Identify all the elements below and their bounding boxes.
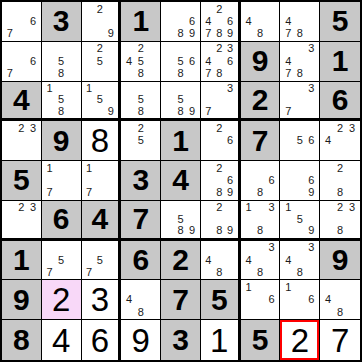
candidate-digit — [16, 15, 28, 27]
cell-r3c2[interactable]: 158 — [42, 82, 82, 122]
candidate-digit: 7 — [282, 106, 294, 118]
cell-r9c4[interactable]: 9 — [121, 320, 161, 360]
cell-r9c6[interactable]: 1 — [201, 320, 241, 360]
candidate-grid: 26 — [203, 122, 236, 159]
cell-r3c8[interactable]: 37 — [280, 82, 320, 122]
candidate-digit — [282, 174, 294, 186]
candidate-digit: 3 — [27, 122, 39, 134]
candidate-grid: 348 — [282, 242, 317, 279]
candidate-digit — [306, 122, 318, 134]
candidate-digit: 3 — [266, 202, 278, 214]
candidate-digit: 5 — [94, 254, 105, 266]
cell-r9c2[interactable]: 4 — [42, 320, 82, 360]
candidate-grid: 57 — [44, 242, 79, 279]
candidate-digit — [105, 162, 116, 174]
candidate-digit — [84, 242, 95, 254]
candidate-digit — [123, 43, 135, 55]
candidate-digit — [27, 147, 39, 159]
candidate-digit: 8 — [294, 266, 306, 278]
candidate-digit — [16, 55, 28, 67]
candidate-digit: 6 — [27, 15, 39, 27]
candidate-digit — [346, 294, 358, 306]
candidate-digit — [67, 187, 79, 199]
cell-r1c9[interactable]: 5 — [320, 2, 360, 42]
candidate-digit — [282, 306, 294, 318]
candidate-digit — [282, 147, 294, 159]
candidate-digit: 3 — [346, 202, 358, 214]
candidate-grid: 48 — [203, 242, 236, 279]
cell-r2c3[interactable]: 25 — [82, 42, 122, 82]
cell-r5c8[interactable]: 69 — [280, 161, 320, 201]
cell-r6c8[interactable]: 159 — [280, 201, 320, 241]
candidate-digit — [44, 67, 56, 79]
candidate-digit — [266, 266, 278, 278]
cell-r4c3[interactable]: 8 — [82, 121, 122, 161]
cell-r4c2[interactable]: 9 — [42, 121, 82, 161]
cell-r8c8[interactable]: 16 — [280, 280, 320, 320]
cell-r6c7[interactable]: 138 — [241, 201, 281, 241]
cell-value: 8 — [13, 325, 30, 355]
candidate-digit — [16, 43, 28, 55]
candidate-digit — [334, 294, 346, 306]
candidate-digit — [203, 242, 214, 254]
candidate-digit — [322, 174, 334, 186]
candidate-digit — [4, 55, 16, 67]
cell-value: 9 — [13, 285, 30, 315]
candidate-digit — [123, 281, 135, 293]
candidate-digit — [322, 306, 334, 318]
candidate-digit — [16, 147, 28, 159]
cell-r8c9[interactable]: 48 — [320, 280, 360, 320]
candidate-grid: 37 — [282, 83, 317, 118]
cell-r7c6[interactable]: 48 — [201, 241, 241, 281]
cell-r7c8[interactable]: 348 — [280, 241, 320, 281]
candidate-digit — [243, 213, 255, 225]
candidate-digit — [203, 213, 214, 225]
cell-r2c6[interactable]: 234678 — [201, 42, 241, 82]
cell-r1c6[interactable]: 246789 — [201, 2, 241, 42]
cell-r8c5[interactable]: 7 — [161, 280, 201, 320]
cell-r9c3[interactable]: 6 — [82, 320, 122, 360]
candidate-digit — [175, 3, 187, 15]
candidate-digit — [105, 266, 116, 278]
candidate-grid: 16 — [282, 281, 317, 318]
cell-r3c7[interactable]: 2 — [241, 82, 281, 122]
candidate-digit — [163, 83, 175, 95]
candidate-digit — [254, 174, 266, 186]
candidate-grid: 23 — [4, 202, 39, 237]
cell-r4c9[interactable]: 234 — [320, 121, 360, 161]
candidate-digit — [294, 162, 306, 174]
candidate-grid: 68 — [243, 162, 278, 199]
candidate-digit — [243, 187, 255, 199]
cell-value: 4 — [52, 324, 70, 357]
candidate-digit — [67, 162, 79, 174]
candidate-digit — [44, 174, 56, 186]
cell-r7c3[interactable]: 57 — [82, 241, 122, 281]
candidate-digit — [322, 213, 334, 225]
candidate-digit — [225, 254, 236, 266]
candidate-digit: 7 — [203, 28, 214, 40]
candidate-digit — [214, 55, 225, 67]
cell-r2c2[interactable]: 58 — [42, 42, 82, 82]
candidate-digit — [147, 294, 159, 306]
candidate-digit: 7 — [4, 28, 16, 40]
candidate-digit: 3 — [225, 83, 236, 95]
candidate-digit: 2 — [94, 3, 105, 15]
candidate-grid: 17 — [84, 162, 117, 199]
candidate-digit — [67, 266, 79, 278]
candidate-digit: 5 — [135, 135, 147, 147]
cell-r3c1[interactable]: 4 — [2, 82, 42, 122]
candidate-grid: 138 — [243, 202, 278, 237]
candidate-digit: 8 — [334, 187, 346, 199]
cell-r8c1[interactable]: 9 — [2, 280, 42, 320]
candidate-digit — [294, 187, 306, 199]
candidate-digit: 8 — [294, 28, 306, 40]
candidate-digit: 6 — [225, 55, 236, 67]
cell-r8c4[interactable]: 48 — [121, 280, 161, 320]
candidate-digit: 9 — [105, 28, 116, 40]
cell-value: 4 — [172, 165, 189, 195]
candidate-digit — [147, 94, 159, 106]
candidate-digit — [306, 94, 318, 106]
candidate-digit: 8 — [254, 28, 266, 40]
candidate-digit — [346, 147, 358, 159]
candidate-grid: 48 — [322, 281, 358, 318]
candidate-digit — [214, 147, 225, 159]
candidate-grid: 57 — [84, 242, 117, 279]
candidate-digit — [243, 266, 255, 278]
candidate-digit — [254, 242, 266, 254]
candidate-digit — [123, 106, 135, 118]
candidate-digit — [243, 294, 255, 306]
candidate-digit — [203, 202, 214, 214]
candidate-digit — [306, 202, 318, 214]
candidate-digit — [163, 3, 175, 15]
candidate-digit — [94, 242, 105, 254]
cell-r7c5[interactable]: 2 — [161, 241, 201, 281]
candidate-digit: 4 — [123, 294, 135, 306]
candidate-digit: 6 — [266, 294, 278, 306]
candidate-digit: 8 — [214, 187, 225, 199]
candidate-digit: 7 — [203, 67, 214, 79]
candidate-digit — [67, 94, 79, 106]
candidate-digit — [346, 213, 358, 225]
cell-value: 6 — [132, 245, 149, 275]
candidate-digit: 8 — [135, 106, 147, 118]
candidate-digit — [147, 147, 159, 159]
candidate-digit — [55, 242, 67, 254]
candidate-digit — [44, 55, 56, 67]
cell-r2c1[interactable]: 67 — [2, 42, 42, 82]
candidate-digit — [55, 162, 67, 174]
cell-r5c2[interactable]: 17 — [42, 161, 82, 201]
cell-r1c2[interactable]: 3 — [42, 2, 82, 42]
candidate-digit — [105, 55, 116, 67]
cell-r7c9[interactable]: 9 — [320, 241, 360, 281]
candidate-digit — [294, 294, 306, 306]
candidate-digit: 5 — [294, 135, 306, 147]
cell-r4c6[interactable]: 26 — [201, 121, 241, 161]
cell-r2c8[interactable]: 3478 — [280, 42, 320, 82]
candidate-digit — [254, 15, 266, 27]
candidate-digit — [94, 174, 105, 186]
candidate-digit: 1 — [44, 83, 56, 95]
candidate-digit — [294, 147, 306, 159]
cell-r6c3[interactable]: 4 — [82, 201, 122, 241]
candidate-digit: 5 — [94, 55, 105, 67]
candidate-grid: 689 — [163, 3, 198, 40]
candidate-digit — [294, 83, 306, 95]
candidate-digit — [282, 162, 294, 174]
candidate-digit: 8 — [135, 306, 147, 318]
cell-r9c9[interactable]: 7 — [320, 320, 360, 360]
cell-r5c3[interactable]: 17 — [82, 161, 122, 201]
candidate-digit — [346, 174, 358, 186]
candidate-digit — [346, 281, 358, 293]
candidate-digit — [67, 43, 79, 55]
cell-r5c6[interactable]: 2689 — [201, 161, 241, 201]
candidate-digit — [44, 106, 56, 118]
cell-r1c5[interactable]: 689 — [161, 2, 201, 42]
candidate-digit: 2 — [135, 43, 147, 55]
cell-r3c4[interactable]: 58 — [121, 82, 161, 122]
candidate-digit: 2 — [135, 122, 147, 134]
candidate-digit: 5 — [175, 55, 187, 67]
candidate-digit: 7 — [282, 67, 294, 79]
candidate-digit — [105, 254, 116, 266]
candidate-grid: 2689 — [203, 162, 236, 199]
candidate-digit: 8 — [55, 106, 67, 118]
cell-r9c1[interactable]: 8 — [2, 320, 42, 360]
cell-r9c7[interactable]: 5 — [241, 320, 281, 360]
cell-value: 7 — [252, 126, 269, 156]
candidate-digit — [266, 281, 278, 293]
candidate-digit — [225, 67, 236, 79]
candidate-digit — [4, 15, 16, 27]
candidate-grid: 29 — [84, 3, 117, 40]
cell-r3c3[interactable]: 159 — [82, 82, 122, 122]
candidate-digit: 8 — [175, 106, 187, 118]
cell-r2c7[interactable]: 9 — [241, 42, 281, 82]
candidate-digit — [214, 242, 225, 254]
candidate-digit: 4 — [282, 254, 294, 266]
candidate-digit — [55, 187, 67, 199]
candidate-digit: 3 — [306, 242, 318, 254]
cell-r3c6[interactable]: 37 — [201, 82, 241, 122]
candidate-digit: 8 — [254, 266, 266, 278]
candidate-digit — [105, 43, 116, 55]
cell-r1c7[interactable]: 48 — [241, 2, 281, 42]
candidate-digit — [214, 15, 225, 27]
cell-r7c7[interactable]: 348 — [241, 241, 281, 281]
candidate-digit — [266, 213, 278, 225]
cell-r6c1[interactable]: 23 — [2, 201, 42, 241]
candidate-digit: 2 — [94, 43, 105, 55]
candidate-digit — [254, 281, 266, 293]
candidate-digit — [214, 83, 225, 95]
cell-value: 3 — [53, 6, 70, 36]
candidate-digit: 3 — [225, 43, 236, 55]
cell-value: 6 — [91, 324, 109, 357]
candidate-digit — [186, 3, 198, 15]
candidate-digit: 7 — [282, 28, 294, 40]
candidate-grid: 58 — [44, 43, 79, 80]
cell-r5c1[interactable]: 5 — [2, 161, 42, 201]
candidate-grid: 48 — [243, 3, 278, 40]
cell-r2c5[interactable]: 568 — [161, 42, 201, 82]
candidate-digit: 6 — [186, 55, 198, 67]
candidate-digit — [203, 3, 214, 15]
candidate-digit — [175, 15, 187, 27]
candidate-grid: 234678 — [203, 43, 236, 80]
candidate-digit — [346, 225, 358, 237]
cell-r6c5[interactable]: 589 — [161, 201, 201, 241]
candidate-digit — [105, 83, 116, 95]
cell-r8c7[interactable]: 16 — [241, 280, 281, 320]
candidate-digit — [306, 306, 318, 318]
candidate-digit — [214, 135, 225, 147]
cell-r7c1[interactable]: 1 — [2, 241, 42, 281]
cell-r6c2[interactable]: 6 — [42, 201, 82, 241]
candidate-digit: 5 — [175, 94, 187, 106]
candidate-digit — [4, 147, 16, 159]
cell-r1c1[interactable]: 67 — [2, 2, 42, 42]
cell-r1c8[interactable]: 478 — [280, 2, 320, 42]
candidate-grid: 589 — [163, 202, 198, 237]
cell-r5c5[interactable]: 4 — [161, 161, 201, 201]
candidate-digit — [306, 28, 318, 40]
candidate-digit — [282, 135, 294, 147]
candidate-digit — [203, 83, 214, 95]
candidate-digit: 1 — [243, 202, 255, 214]
candidate-digit: 2 — [334, 122, 346, 134]
cell-r4c5[interactable]: 1 — [161, 121, 201, 161]
candidate-digit: 7 — [44, 187, 56, 199]
cell-r5c4[interactable]: 3 — [121, 161, 161, 201]
candidate-digit — [306, 55, 318, 67]
cell-r7c4[interactable]: 6 — [121, 241, 161, 281]
cell-r2c9[interactable]: 1 — [320, 42, 360, 82]
candidate-digit — [203, 122, 214, 134]
candidate-digit — [4, 135, 16, 147]
candidate-digit: 6 — [225, 135, 236, 147]
cell-value: 9 — [252, 46, 269, 76]
candidate-digit — [266, 254, 278, 266]
cell-value: 2 — [52, 283, 70, 316]
candidate-digit — [55, 266, 67, 278]
cell-value: 7 — [172, 285, 189, 315]
candidate-digit: 4 — [282, 15, 294, 27]
candidate-digit — [105, 187, 116, 199]
candidate-digit: 2 — [214, 43, 225, 55]
cell-r1c3[interactable]: 29 — [82, 2, 122, 42]
cell-r5c9[interactable]: 28 — [320, 161, 360, 201]
candidate-digit: 8 — [214, 28, 225, 40]
candidate-grid: 589 — [163, 83, 198, 118]
cell-r4c4[interactable]: 25 — [121, 121, 161, 161]
cell-r8c2[interactable]: 2 — [42, 280, 82, 320]
cell-r4c7[interactable]: 7 — [241, 121, 281, 161]
candidate-digit: 5 — [135, 94, 147, 106]
candidate-digit — [294, 15, 306, 27]
candidate-digit — [27, 135, 39, 147]
cell-r4c1[interactable]: 23 — [2, 121, 42, 161]
cell-r1c4[interactable]: 1 — [121, 2, 161, 42]
candidate-digit — [346, 306, 358, 318]
candidate-digit — [294, 43, 306, 55]
candidate-grid: 234 — [322, 122, 358, 159]
candidate-digit — [282, 83, 294, 95]
candidate-digit: 9 — [225, 28, 236, 40]
cell-r3c9[interactable]: 6 — [320, 82, 360, 122]
cell-r6c4[interactable]: 7 — [121, 201, 161, 241]
candidate-digit — [147, 67, 159, 79]
candidate-digit — [84, 254, 95, 266]
cell-r3c5[interactable]: 589 — [161, 82, 201, 122]
cell-r2c4[interactable]: 2458 — [121, 42, 161, 82]
candidate-digit — [243, 28, 255, 40]
candidate-digit — [225, 202, 236, 214]
candidate-digit: 4 — [203, 55, 214, 67]
candidate-digit — [4, 225, 16, 237]
candidate-digit — [44, 254, 56, 266]
candidate-digit — [306, 281, 318, 293]
cell-r4c8[interactable]: 56 — [280, 121, 320, 161]
candidate-digit: 6 — [186, 15, 198, 27]
cell-value: 6 — [332, 85, 349, 115]
candidate-digit — [306, 106, 318, 118]
cell-value: 1 — [13, 245, 30, 275]
candidate-digit — [266, 225, 278, 237]
cell-value: 3 — [91, 283, 109, 316]
cell-r6c9[interactable]: 238 — [320, 201, 360, 241]
candidate-digit — [16, 135, 28, 147]
candidate-digit — [306, 162, 318, 174]
candidate-digit: 1 — [44, 162, 56, 174]
cell-r7c2[interactable]: 57 — [42, 241, 82, 281]
candidate-digit: 4 — [203, 254, 214, 266]
candidate-digit — [123, 135, 135, 147]
cell-r9c8[interactable]: 2 — [280, 320, 320, 360]
cell-r5c7[interactable]: 68 — [241, 161, 281, 201]
candidate-digit: 4 — [322, 135, 334, 147]
candidate-grid: 158 — [44, 83, 79, 118]
candidate-digit — [282, 213, 294, 225]
candidate-digit — [27, 225, 39, 237]
candidate-digit — [294, 306, 306, 318]
candidate-digit: 8 — [214, 67, 225, 79]
candidate-digit — [225, 242, 236, 254]
cell-r9c5[interactable]: 3 — [161, 320, 201, 360]
candidate-digit — [346, 135, 358, 147]
candidate-digit — [67, 67, 79, 79]
candidate-digit: 1 — [84, 83, 95, 95]
candidate-digit: 6 — [306, 135, 318, 147]
candidate-digit — [105, 94, 116, 106]
candidate-digit — [94, 28, 105, 40]
candidate-digit: 1 — [282, 202, 294, 214]
cell-r8c3[interactable]: 3 — [82, 280, 122, 320]
candidate-digit — [203, 43, 214, 55]
candidate-grid: 67 — [4, 43, 39, 80]
cell-r8c6[interactable]: 5 — [201, 280, 241, 320]
cell-r6c6[interactable]: 289 — [201, 201, 241, 241]
candidate-digit — [203, 135, 214, 147]
candidate-grid: 69 — [282, 162, 317, 199]
candidate-digit — [163, 202, 175, 214]
